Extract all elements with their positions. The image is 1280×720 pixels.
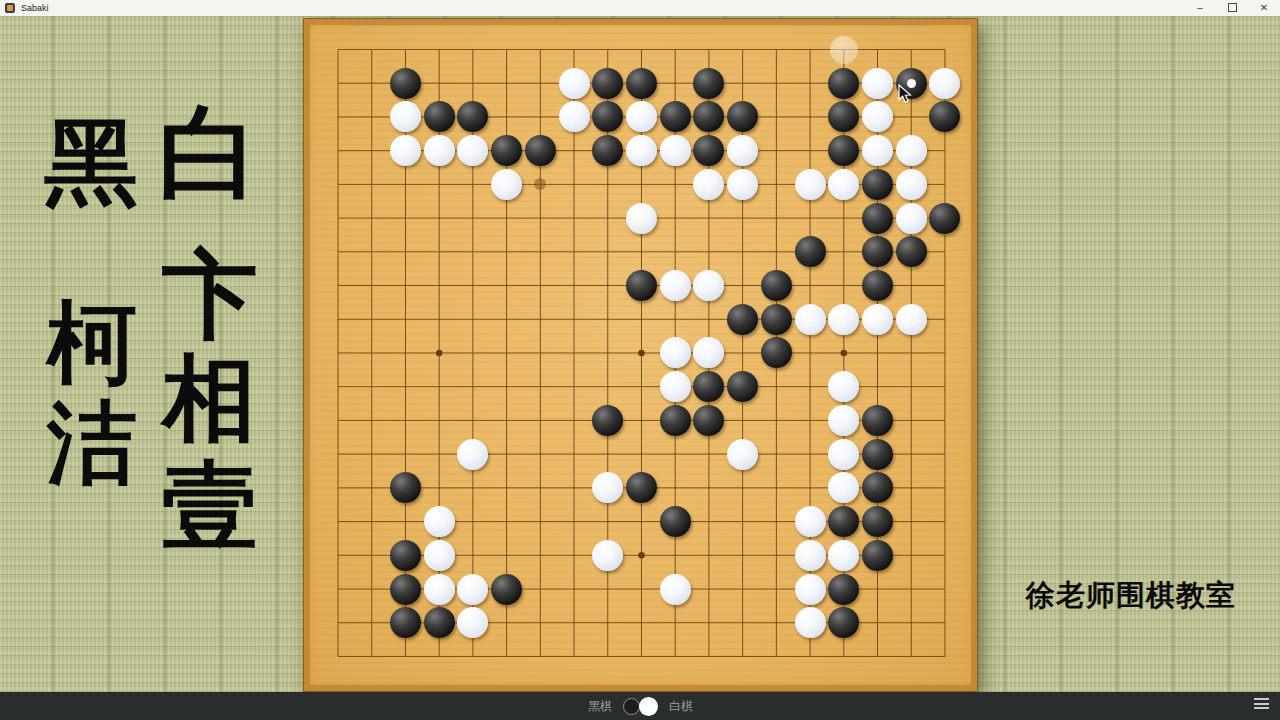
stone-white[interactable]: [896, 304, 927, 335]
stone-black[interactable]: [862, 506, 893, 537]
stone-white[interactable]: [795, 304, 826, 335]
stone-black[interactable]: [592, 405, 623, 436]
stone-white[interactable]: [457, 574, 488, 605]
white-toggle-circle: [639, 697, 658, 716]
stone-black[interactable]: [660, 506, 691, 537]
stone-white[interactable]: [592, 540, 623, 571]
stone-white[interactable]: [559, 68, 590, 99]
stone-black[interactable]: [390, 540, 421, 571]
stone-white[interactable]: [795, 540, 826, 571]
stone-white[interactable]: [727, 169, 758, 200]
stone-black[interactable]: [795, 236, 826, 267]
stone-black[interactable]: [761, 270, 792, 301]
stone-black[interactable]: [862, 439, 893, 470]
stone-black[interactable]: [626, 270, 657, 301]
stone-black[interactable]: [424, 101, 455, 132]
stone-white[interactable]: [727, 439, 758, 470]
stone-black[interactable]: [929, 203, 960, 234]
restore-button[interactable]: [1216, 0, 1248, 16]
stone-black[interactable]: [862, 169, 893, 200]
stone-white[interactable]: [660, 135, 691, 166]
stone-white[interactable]: [559, 101, 590, 132]
white-player-char: 卞: [162, 247, 258, 343]
stone-black[interactable]: [828, 574, 859, 605]
stone-white[interactable]: [626, 203, 657, 234]
stone-black[interactable]: [424, 607, 455, 638]
stone-black[interactable]: [828, 68, 859, 99]
stone-white[interactable]: [795, 506, 826, 537]
titlebar: Sabaki – ✕: [0, 0, 1280, 16]
stone-white[interactable]: [660, 337, 691, 368]
white-player-char: 白: [158, 102, 260, 204]
stone-white[interactable]: [424, 135, 455, 166]
stone-white[interactable]: [660, 270, 691, 301]
black-turn-label: 黑棋: [588, 698, 612, 715]
stone-white[interactable]: [660, 371, 691, 402]
star-point: [638, 552, 645, 559]
stone-black[interactable]: [525, 135, 556, 166]
sabaki-app-icon: [5, 3, 15, 13]
black-player-char: 黑: [44, 116, 138, 210]
stone-white[interactable]: [390, 135, 421, 166]
stone-white[interactable]: [424, 540, 455, 571]
star-point: [638, 350, 645, 357]
stone-white[interactable]: [896, 135, 927, 166]
ghost-stone-white[interactable]: [830, 36, 858, 64]
stone-white[interactable]: [424, 574, 455, 605]
stone-white[interactable]: [457, 439, 488, 470]
stone-white[interactable]: [828, 169, 859, 200]
stone-black[interactable]: [727, 304, 758, 335]
restore-icon: [1228, 3, 1237, 12]
stone-black[interactable]: [862, 540, 893, 571]
mouse-cursor: [897, 84, 915, 104]
stone-black[interactable]: [390, 607, 421, 638]
stone-white[interactable]: [660, 574, 691, 605]
white-player-char: 壹: [162, 458, 258, 554]
close-button[interactable]: ✕: [1248, 0, 1280, 16]
star-point: [436, 350, 443, 357]
window-title: Sabaki: [21, 0, 49, 16]
stone-black[interactable]: [660, 405, 691, 436]
turn-toggle[interactable]: [623, 697, 658, 716]
stone-white[interactable]: [828, 304, 859, 335]
stone-black[interactable]: [660, 101, 691, 132]
tatami-background: 黑柯洁 白卞相壹 徐老师围棋教室: [0, 16, 1280, 692]
stone-black[interactable]: [693, 68, 724, 99]
stone-black[interactable]: [862, 203, 893, 234]
stone-black[interactable]: [592, 68, 623, 99]
stone-white[interactable]: [491, 169, 522, 200]
star-point: [841, 350, 848, 357]
stone-white[interactable]: [424, 506, 455, 537]
stone-white[interactable]: [896, 169, 927, 200]
stone-white[interactable]: [896, 203, 927, 234]
stone-black[interactable]: [862, 405, 893, 436]
stone-white[interactable]: [626, 135, 657, 166]
stone-black[interactable]: [862, 270, 893, 301]
black-toggle-circle: [623, 698, 640, 715]
stone-white[interactable]: [828, 405, 859, 436]
stone-black[interactable]: [626, 68, 657, 99]
stone-white[interactable]: [828, 540, 859, 571]
stone-black[interactable]: [390, 68, 421, 99]
stone-white[interactable]: [862, 68, 893, 99]
stone-black[interactable]: [896, 236, 927, 267]
go-board[interactable]: [303, 18, 978, 692]
minimize-button[interactable]: –: [1184, 0, 1216, 16]
stone-white[interactable]: [929, 68, 960, 99]
stone-white[interactable]: [795, 169, 826, 200]
stone-white[interactable]: [862, 135, 893, 166]
stone-black[interactable]: [761, 304, 792, 335]
stone-white[interactable]: [862, 304, 893, 335]
classroom-caption: 徐老师围棋教室: [1026, 576, 1236, 616]
white-player-char: 相: [162, 352, 256, 446]
stone-black[interactable]: [491, 574, 522, 605]
white-turn-label: 白棋: [669, 698, 693, 715]
menu-hamburger-icon[interactable]: [1254, 698, 1270, 714]
stone-white[interactable]: [828, 439, 859, 470]
black-player-char: 柯: [47, 298, 137, 388]
turn-indicator: 黑棋 白棋: [588, 692, 693, 720]
stone-white[interactable]: [795, 607, 826, 638]
bottom-bar: 黑棋 白棋: [0, 692, 1280, 720]
stone-black[interactable]: [390, 574, 421, 605]
black-player-char: 洁: [47, 398, 137, 488]
stone-white[interactable]: [795, 574, 826, 605]
